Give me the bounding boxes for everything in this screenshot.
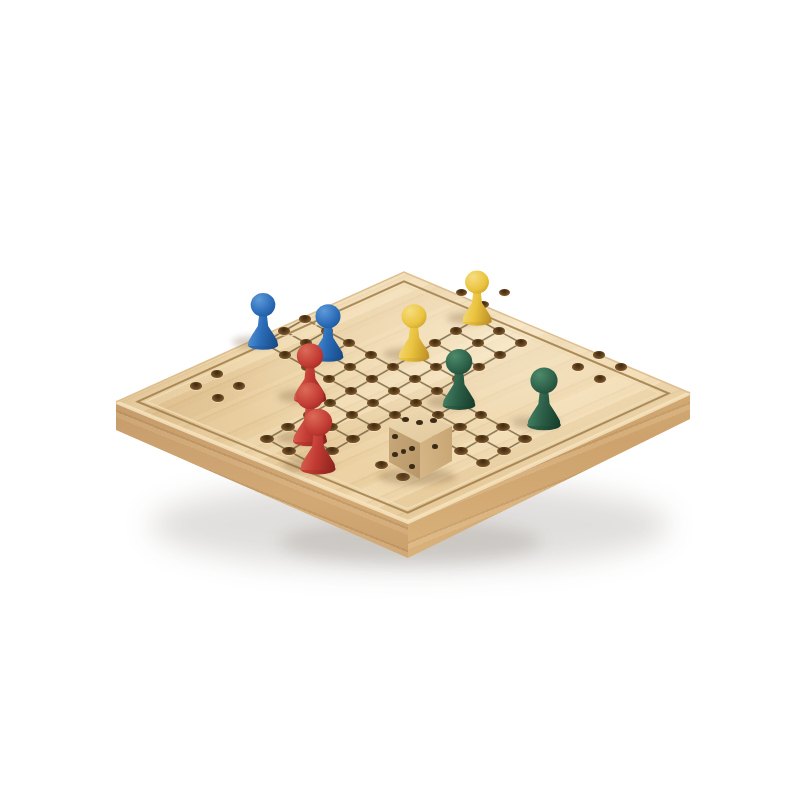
board-engraving-and-groove	[0, 0, 800, 800]
product-photo-stage	[0, 0, 800, 800]
